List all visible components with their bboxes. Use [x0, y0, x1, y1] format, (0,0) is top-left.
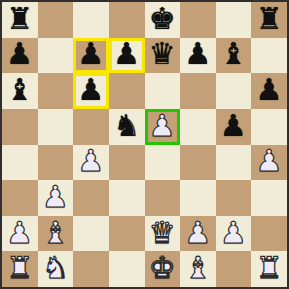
square-e4[interactable] [145, 145, 181, 181]
black-pawn-piece[interactable]: ♟ [184, 39, 211, 69]
square-b3[interactable]: ♟ [38, 180, 74, 216]
square-e1[interactable]: ♚ [145, 251, 181, 287]
square-h5[interactable] [251, 109, 287, 145]
white-knight-piece[interactable]: ♞ [42, 253, 69, 283]
square-h8[interactable]: ♜ [251, 2, 287, 38]
black-rook-piece[interactable]: ♜ [256, 4, 283, 34]
white-bishop-piece[interactable]: ♝ [42, 218, 69, 248]
square-f6[interactable] [180, 73, 216, 109]
white-pawn-piece[interactable]: ♟ [220, 218, 247, 248]
square-b1[interactable]: ♞ [38, 251, 74, 287]
square-g7[interactable]: ♝ [216, 38, 252, 74]
white-rook-piece[interactable]: ♜ [6, 253, 33, 283]
square-d8[interactable] [109, 2, 145, 38]
square-f3[interactable] [180, 180, 216, 216]
square-g1[interactable] [216, 251, 252, 287]
white-queen-piece[interactable]: ♛ [149, 218, 176, 248]
square-b5[interactable] [38, 109, 74, 145]
square-e6[interactable] [145, 73, 181, 109]
square-e2[interactable]: ♛ [145, 216, 181, 252]
black-rook-piece[interactable]: ♜ [6, 4, 33, 34]
square-f2[interactable]: ♟ [180, 216, 216, 252]
square-e5[interactable]: ♟ [145, 109, 181, 145]
white-king-piece[interactable]: ♚ [149, 253, 176, 283]
square-g4[interactable] [216, 145, 252, 181]
square-d4[interactable] [109, 145, 145, 181]
square-g3[interactable] [216, 180, 252, 216]
black-pawn-piece[interactable]: ♟ [113, 39, 140, 69]
white-pawn-piece[interactable]: ♟ [149, 111, 176, 141]
square-f7[interactable]: ♟ [180, 38, 216, 74]
square-d6[interactable] [109, 73, 145, 109]
square-c5[interactable] [73, 109, 109, 145]
square-c8[interactable] [73, 2, 109, 38]
square-b7[interactable] [38, 38, 74, 74]
square-a3[interactable] [2, 180, 38, 216]
square-f4[interactable] [180, 145, 216, 181]
square-a6[interactable]: ♝ [2, 73, 38, 109]
square-d2[interactable] [109, 216, 145, 252]
square-g8[interactable] [216, 2, 252, 38]
black-queen-piece[interactable]: ♛ [149, 39, 176, 69]
square-c1[interactable] [73, 251, 109, 287]
square-a5[interactable] [2, 109, 38, 145]
square-c4[interactable]: ♟ [73, 145, 109, 181]
square-a4[interactable] [2, 145, 38, 181]
black-pawn-piece[interactable]: ♟ [78, 39, 105, 69]
square-c6[interactable]: ♟ [73, 73, 109, 109]
square-c3[interactable] [73, 180, 109, 216]
square-c2[interactable] [73, 216, 109, 252]
square-a1[interactable]: ♜ [2, 251, 38, 287]
square-f1[interactable]: ♝ [180, 251, 216, 287]
square-e7[interactable]: ♛ [145, 38, 181, 74]
square-a2[interactable]: ♟ [2, 216, 38, 252]
black-pawn-piece[interactable]: ♟ [6, 39, 33, 69]
square-d1[interactable] [109, 251, 145, 287]
chess-board-frame: ♜♚♜♟♟♟♛♟♝♝♟♟♞♟♟♟♟♟♟♝♛♟♟♜♞♚♝♜ [0, 0, 289, 289]
square-h1[interactable]: ♜ [251, 251, 287, 287]
square-g6[interactable] [216, 73, 252, 109]
white-pawn-piece[interactable]: ♟ [42, 182, 69, 212]
square-b8[interactable] [38, 2, 74, 38]
square-d3[interactable] [109, 180, 145, 216]
white-pawn-piece[interactable]: ♟ [6, 218, 33, 248]
square-f8[interactable] [180, 2, 216, 38]
square-c7[interactable]: ♟ [73, 38, 109, 74]
square-h7[interactable] [251, 38, 287, 74]
square-h2[interactable] [251, 216, 287, 252]
square-b2[interactable]: ♝ [38, 216, 74, 252]
black-pawn-piece[interactable]: ♟ [256, 75, 283, 105]
square-h4[interactable]: ♟ [251, 145, 287, 181]
square-e3[interactable] [145, 180, 181, 216]
square-h6[interactable]: ♟ [251, 73, 287, 109]
square-e8[interactable]: ♚ [145, 2, 181, 38]
white-pawn-piece[interactable]: ♟ [78, 146, 105, 176]
square-b6[interactable] [38, 73, 74, 109]
square-b4[interactable] [38, 145, 74, 181]
square-a7[interactable]: ♟ [2, 38, 38, 74]
square-h3[interactable] [251, 180, 287, 216]
black-bishop-piece[interactable]: ♝ [220, 39, 247, 69]
black-pawn-piece[interactable]: ♟ [220, 111, 247, 141]
white-rook-piece[interactable]: ♜ [256, 253, 283, 283]
black-pawn-piece[interactable]: ♟ [78, 75, 105, 105]
chess-board: ♜♚♜♟♟♟♛♟♝♝♟♟♞♟♟♟♟♟♟♝♛♟♟♜♞♚♝♜ [2, 2, 287, 287]
square-g5[interactable]: ♟ [216, 109, 252, 145]
square-d5[interactable]: ♞ [109, 109, 145, 145]
square-g2[interactable]: ♟ [216, 216, 252, 252]
black-bishop-piece[interactable]: ♝ [6, 75, 33, 105]
black-king-piece[interactable]: ♚ [149, 4, 176, 34]
square-a8[interactable]: ♜ [2, 2, 38, 38]
square-d7[interactable]: ♟ [109, 38, 145, 74]
white-pawn-piece[interactable]: ♟ [256, 146, 283, 176]
white-pawn-piece[interactable]: ♟ [184, 218, 211, 248]
black-knight-piece[interactable]: ♞ [113, 111, 140, 141]
square-f5[interactable] [180, 109, 216, 145]
white-bishop-piece[interactable]: ♝ [184, 253, 211, 283]
